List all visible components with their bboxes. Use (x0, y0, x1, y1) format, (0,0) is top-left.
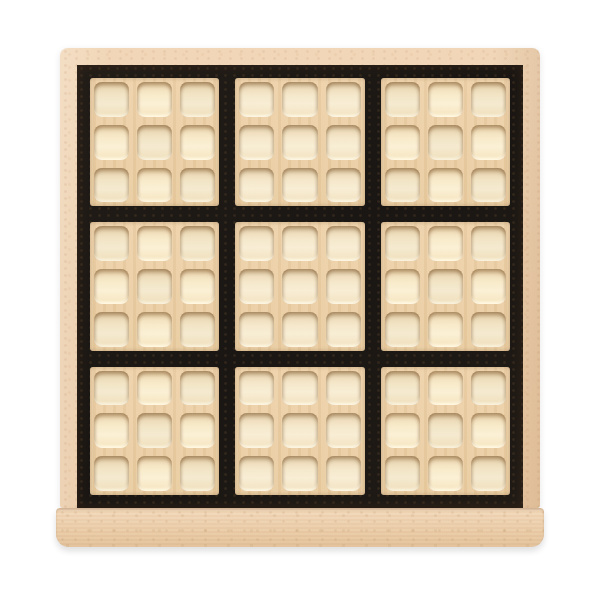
cell-r1c5[interactable] (282, 82, 317, 117)
cell-r6c6[interactable] (326, 312, 361, 347)
cell-r1c7[interactable] (385, 82, 420, 117)
cell-r9c3[interactable] (180, 456, 215, 491)
box-r2c2 (235, 222, 364, 350)
cell-r1c2[interactable] (137, 82, 172, 117)
cell-r4c6[interactable] (326, 226, 361, 261)
cell-r1c3[interactable] (180, 82, 215, 117)
cell-r6c2[interactable] (137, 312, 172, 347)
cell-r4c4[interactable] (239, 226, 274, 261)
cell-r2c6[interactable] (326, 125, 361, 160)
cell-r9c9[interactable] (471, 456, 506, 491)
cell-r4c3[interactable] (180, 226, 215, 261)
cell-r5c1[interactable] (94, 269, 129, 304)
cell-r7c5[interactable] (282, 371, 317, 406)
cell-r5c9[interactable] (471, 269, 506, 304)
cell-r5c3[interactable] (180, 269, 215, 304)
tile-tray-rail (56, 508, 544, 547)
cell-r5c5[interactable] (282, 269, 317, 304)
cell-r5c6[interactable] (326, 269, 361, 304)
cell-r8c2[interactable] (137, 413, 172, 448)
cell-r9c4[interactable] (239, 456, 274, 491)
cell-r7c9[interactable] (471, 371, 506, 406)
cell-r7c1[interactable] (94, 371, 129, 406)
cell-r2c9[interactable] (471, 125, 506, 160)
cell-r8c7[interactable] (385, 413, 420, 448)
cell-r8c8[interactable] (428, 413, 463, 448)
sudoku-board (90, 78, 510, 495)
box-r1c1 (90, 78, 219, 206)
cell-r3c3[interactable] (180, 168, 215, 203)
cell-r6c9[interactable] (471, 312, 506, 347)
cell-r7c3[interactable] (180, 371, 215, 406)
cell-r1c6[interactable] (326, 82, 361, 117)
cell-r6c5[interactable] (282, 312, 317, 347)
cell-r6c4[interactable] (239, 312, 274, 347)
cell-r4c8[interactable] (428, 226, 463, 261)
grid-lines-panel (77, 65, 523, 508)
photo-background (0, 0, 600, 600)
box-r3c3 (381, 367, 510, 495)
cell-r4c7[interactable] (385, 226, 420, 261)
cell-r9c5[interactable] (282, 456, 317, 491)
cell-r6c7[interactable] (385, 312, 420, 347)
cell-r7c4[interactable] (239, 371, 274, 406)
cell-r2c5[interactable] (282, 125, 317, 160)
cell-r3c8[interactable] (428, 168, 463, 203)
cell-r3c4[interactable] (239, 168, 274, 203)
cell-r9c8[interactable] (428, 456, 463, 491)
cell-r3c5[interactable] (282, 168, 317, 203)
cell-r2c4[interactable] (239, 125, 274, 160)
cell-r8c6[interactable] (326, 413, 361, 448)
cell-r8c5[interactable] (282, 413, 317, 448)
cell-r8c4[interactable] (239, 413, 274, 448)
cell-r4c1[interactable] (94, 226, 129, 261)
cell-r9c7[interactable] (385, 456, 420, 491)
cell-r4c2[interactable] (137, 226, 172, 261)
cell-r5c4[interactable] (239, 269, 274, 304)
cell-r7c8[interactable] (428, 371, 463, 406)
box-r1c2 (235, 78, 364, 206)
cell-r7c2[interactable] (137, 371, 172, 406)
cell-r1c4[interactable] (239, 82, 274, 117)
cell-r7c7[interactable] (385, 371, 420, 406)
cell-r3c6[interactable] (326, 168, 361, 203)
cell-r5c7[interactable] (385, 269, 420, 304)
cell-r6c3[interactable] (180, 312, 215, 347)
cell-r5c2[interactable] (137, 269, 172, 304)
cell-r3c1[interactable] (94, 168, 129, 203)
box-r3c1 (90, 367, 219, 495)
cell-r1c1[interactable] (94, 82, 129, 117)
sudoku-board-frame (60, 48, 540, 508)
cell-r1c9[interactable] (471, 82, 506, 117)
box-r2c3 (381, 222, 510, 350)
box-r2c1 (90, 222, 219, 350)
cell-r3c7[interactable] (385, 168, 420, 203)
cell-r9c6[interactable] (326, 456, 361, 491)
cell-r8c1[interactable] (94, 413, 129, 448)
cell-r6c1[interactable] (94, 312, 129, 347)
cell-r5c8[interactable] (428, 269, 463, 304)
cell-r2c3[interactable] (180, 125, 215, 160)
cell-r3c2[interactable] (137, 168, 172, 203)
cell-r4c5[interactable] (282, 226, 317, 261)
cell-r3c9[interactable] (471, 168, 506, 203)
cell-r7c6[interactable] (326, 371, 361, 406)
cell-r6c8[interactable] (428, 312, 463, 347)
box-r1c3 (381, 78, 510, 206)
box-r3c2 (235, 367, 364, 495)
cell-r2c8[interactable] (428, 125, 463, 160)
cell-r9c2[interactable] (137, 456, 172, 491)
cell-r9c1[interactable] (94, 456, 129, 491)
cell-r2c2[interactable] (137, 125, 172, 160)
cell-r2c7[interactable] (385, 125, 420, 160)
cell-r8c9[interactable] (471, 413, 506, 448)
cell-r2c1[interactable] (94, 125, 129, 160)
cell-r8c3[interactable] (180, 413, 215, 448)
cell-r1c8[interactable] (428, 82, 463, 117)
cell-r4c9[interactable] (471, 226, 506, 261)
